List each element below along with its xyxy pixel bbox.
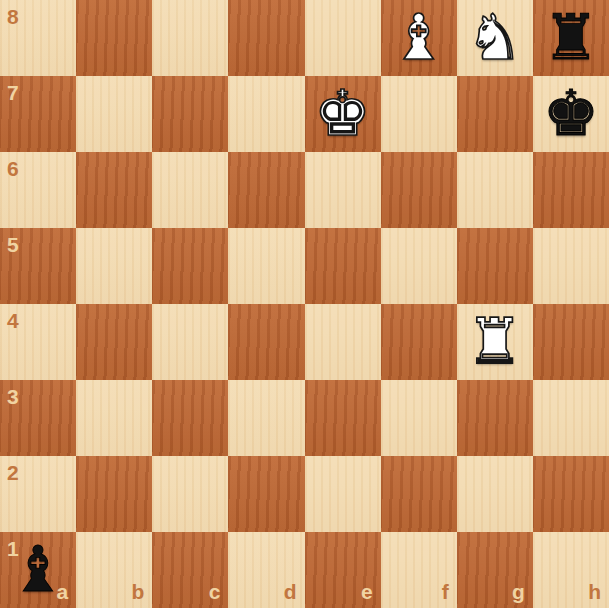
square-g8[interactable]: ♞: [457, 0, 533, 76]
square-c2[interactable]: [152, 456, 228, 532]
square-f8[interactable]: ♝: [381, 0, 457, 76]
square-e2[interactable]: [305, 456, 381, 532]
square-b4[interactable]: [76, 304, 152, 380]
square-c1[interactable]: c: [152, 532, 228, 608]
square-h4[interactable]: [533, 304, 609, 380]
piece-white-rook[interactable]: ♜: [467, 304, 523, 380]
piece-black-king[interactable]: ♚: [543, 76, 599, 152]
square-d3[interactable]: [228, 380, 304, 456]
square-g5[interactable]: [457, 228, 533, 304]
square-b3[interactable]: [76, 380, 152, 456]
square-e6[interactable]: [305, 152, 381, 228]
square-f6[interactable]: [381, 152, 457, 228]
file-label-b: b: [131, 580, 144, 604]
square-a8[interactable]: 8: [0, 0, 76, 76]
rank-label-2: 2: [7, 461, 19, 485]
square-h6[interactable]: [533, 152, 609, 228]
rank-label-3: 3: [7, 385, 19, 409]
square-b7[interactable]: [76, 76, 152, 152]
square-a1[interactable]: 1a♝: [0, 532, 76, 608]
square-h1[interactable]: h: [533, 532, 609, 608]
square-g3[interactable]: [457, 380, 533, 456]
square-g7[interactable]: [457, 76, 533, 152]
square-f3[interactable]: [381, 380, 457, 456]
piece-black-rook[interactable]: ♜: [543, 0, 599, 76]
square-a4[interactable]: 4: [0, 304, 76, 380]
square-f7[interactable]: [381, 76, 457, 152]
square-e4[interactable]: [305, 304, 381, 380]
square-c4[interactable]: [152, 304, 228, 380]
square-b8[interactable]: [76, 0, 152, 76]
square-h5[interactable]: [533, 228, 609, 304]
square-a5[interactable]: 5: [0, 228, 76, 304]
square-e5[interactable]: [305, 228, 381, 304]
rank-label-4: 4: [7, 309, 19, 333]
piece-white-bishop[interactable]: ♝: [390, 0, 446, 76]
square-c6[interactable]: [152, 152, 228, 228]
square-h7[interactable]: ♚: [533, 76, 609, 152]
square-d4[interactable]: [228, 304, 304, 380]
square-g4[interactable]: ♜: [457, 304, 533, 380]
square-a3[interactable]: 3: [0, 380, 76, 456]
square-h8[interactable]: ♜: [533, 0, 609, 76]
square-d1[interactable]: d: [228, 532, 304, 608]
square-f5[interactable]: [381, 228, 457, 304]
square-d6[interactable]: [228, 152, 304, 228]
file-label-h: h: [588, 580, 601, 604]
square-h3[interactable]: [533, 380, 609, 456]
square-a7[interactable]: 7: [0, 76, 76, 152]
square-b6[interactable]: [76, 152, 152, 228]
square-a2[interactable]: 2: [0, 456, 76, 532]
square-h2[interactable]: [533, 456, 609, 532]
square-f1[interactable]: f: [381, 532, 457, 608]
square-c5[interactable]: [152, 228, 228, 304]
square-d8[interactable]: [228, 0, 304, 76]
square-e7[interactable]: ♚: [305, 76, 381, 152]
piece-black-bishop[interactable]: ♝: [10, 532, 66, 608]
file-label-d: d: [284, 580, 297, 604]
square-a6[interactable]: 6: [0, 152, 76, 228]
square-f4[interactable]: [381, 304, 457, 380]
square-e3[interactable]: [305, 380, 381, 456]
square-c7[interactable]: [152, 76, 228, 152]
square-d2[interactable]: [228, 456, 304, 532]
file-label-c: c: [209, 580, 221, 604]
square-b2[interactable]: [76, 456, 152, 532]
rank-label-8: 8: [7, 5, 19, 29]
square-b1[interactable]: b: [76, 532, 152, 608]
file-label-f: f: [442, 580, 449, 604]
rank-label-5: 5: [7, 233, 19, 257]
rank-label-6: 6: [7, 157, 19, 181]
square-e8[interactable]: [305, 0, 381, 76]
square-c3[interactable]: [152, 380, 228, 456]
square-g2[interactable]: [457, 456, 533, 532]
square-c8[interactable]: [152, 0, 228, 76]
piece-white-knight[interactable]: ♞: [467, 0, 523, 76]
piece-white-king[interactable]: ♚: [314, 76, 370, 152]
file-label-g: g: [512, 580, 525, 604]
square-d5[interactable]: [228, 228, 304, 304]
rank-label-7: 7: [7, 81, 19, 105]
square-g1[interactable]: g: [457, 532, 533, 608]
square-b5[interactable]: [76, 228, 152, 304]
square-e1[interactable]: e: [305, 532, 381, 608]
square-g6[interactable]: [457, 152, 533, 228]
chess-board: 8♝♞♜7♚♚654♜321a♝bcdefgh: [0, 0, 609, 608]
file-label-e: e: [361, 580, 373, 604]
square-d7[interactable]: [228, 76, 304, 152]
square-f2[interactable]: [381, 456, 457, 532]
